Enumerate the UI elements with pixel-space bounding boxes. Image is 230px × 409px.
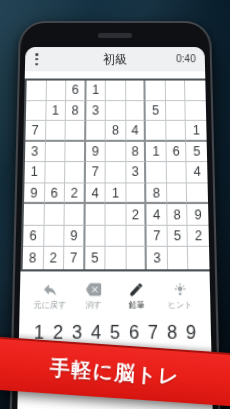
sudoku-cell-r9c9[interactable] xyxy=(188,247,209,269)
marketing-screenshot: 初級 0:40 61183578413981651734962418248969… xyxy=(0,0,230,409)
sudoku-cell-r4c6[interactable]: 8 xyxy=(126,142,146,163)
sudoku-cell-r2c2[interactable]: 1 xyxy=(46,101,66,121)
pencil-label: 鉛筆 xyxy=(129,300,145,311)
sudoku-cell-r6c6[interactable] xyxy=(126,183,147,204)
sudoku-cell-r7c3[interactable] xyxy=(65,204,86,225)
sudoku-cell-r2c6[interactable] xyxy=(126,101,146,121)
sudoku-cell-r2c5[interactable] xyxy=(106,101,126,121)
sudoku-cell-r8c4[interactable] xyxy=(85,226,106,248)
sudoku-cell-r5c7[interactable] xyxy=(146,162,166,183)
sudoku-cell-r7c9[interactable]: 9 xyxy=(188,204,209,225)
undo-label: 元に戻す xyxy=(34,300,67,311)
sudoku-cell-r4c5[interactable] xyxy=(106,142,126,163)
sudoku-cell-r4c1[interactable]: 3 xyxy=(25,142,46,163)
sudoku-cell-r2c9[interactable] xyxy=(186,101,206,121)
pencil-button[interactable]: 鉛筆 xyxy=(115,282,158,312)
sudoku-cell-r3c5[interactable]: 8 xyxy=(106,121,126,142)
sudoku-cell-r7c8[interactable]: 8 xyxy=(167,204,188,225)
numpad-key-6[interactable]: 6 xyxy=(126,321,142,344)
sudoku-cell-r4c8[interactable]: 6 xyxy=(166,142,187,163)
app-header: 初級 0:40 xyxy=(25,47,205,71)
sudoku-cell-r9c3[interactable]: 7 xyxy=(64,247,85,269)
sudoku-cell-r2c1[interactable] xyxy=(26,101,46,121)
sudoku-cell-r5c4[interactable]: 7 xyxy=(86,162,106,183)
undo-arrow-icon xyxy=(43,282,58,298)
sudoku-cell-r8c8[interactable]: 5 xyxy=(167,226,188,248)
sudoku-cell-r4c7[interactable]: 1 xyxy=(146,142,166,163)
sudoku-cell-r8c7[interactable]: 7 xyxy=(147,226,168,248)
sudoku-cell-r2c8[interactable] xyxy=(166,101,186,121)
phone-speaker-slot xyxy=(98,33,132,38)
sudoku-cell-r8c3[interactable]: 9 xyxy=(64,226,85,248)
sudoku-cell-r4c4[interactable]: 9 xyxy=(86,142,106,163)
sudoku-cell-r3c7[interactable] xyxy=(146,121,166,142)
sudoku-cell-r8c6[interactable] xyxy=(126,226,147,248)
sudoku-cell-r5c3[interactable] xyxy=(65,162,85,183)
sudoku-cell-r3c9[interactable]: 1 xyxy=(186,121,206,142)
sudoku-cell-r3c3[interactable] xyxy=(66,121,86,142)
sudoku-cell-r1c3[interactable]: 6 xyxy=(66,81,86,101)
sudoku-cell-r9c5[interactable] xyxy=(106,247,127,269)
sudoku-cell-r6c5[interactable]: 1 xyxy=(106,183,126,204)
toolbar: 元に戻す 消す 鉛筆 xyxy=(20,282,211,312)
sudoku-cell-r7c4[interactable] xyxy=(85,204,106,225)
sudoku-cell-r3c6[interactable]: 4 xyxy=(126,121,146,142)
sudoku-cell-r4c2[interactable] xyxy=(45,142,66,163)
sudoku-cell-r1c2[interactable] xyxy=(46,81,66,101)
promo-banner-text: 手軽に脳トレ xyxy=(49,354,181,390)
sudoku-cell-r1c5[interactable] xyxy=(106,81,126,101)
sudoku-board: 6118357841398165173496241824896975282753 xyxy=(20,79,211,272)
erase-label: 消す xyxy=(85,300,101,311)
sudoku-cell-r1c6[interactable] xyxy=(126,81,146,101)
sudoku-cell-r8c9[interactable]: 2 xyxy=(188,226,209,248)
numpad-key-7[interactable]: 7 xyxy=(145,321,161,344)
sudoku-cell-r5c2[interactable] xyxy=(45,162,66,183)
sudoku-cell-r6c1[interactable]: 9 xyxy=(24,183,45,204)
sudoku-cell-r9c8[interactable] xyxy=(168,247,189,269)
sudoku-cell-r7c6[interactable]: 2 xyxy=(126,204,147,225)
sudoku-cell-r2c3[interactable]: 8 xyxy=(66,101,86,121)
sudoku-cell-r3c1[interactable]: 7 xyxy=(25,121,45,142)
sudoku-cell-r9c2[interactable]: 2 xyxy=(43,247,64,269)
undo-button[interactable]: 元に戻す xyxy=(28,282,71,312)
sudoku-cell-r1c9[interactable] xyxy=(185,81,205,101)
sudoku-cell-r4c9[interactable]: 5 xyxy=(187,142,208,163)
sudoku-cell-r9c7[interactable]: 3 xyxy=(147,247,168,269)
sudoku-cell-r5c5[interactable] xyxy=(106,162,126,183)
game-timer: 0:40 xyxy=(176,47,196,71)
sudoku-cell-r5c1[interactable]: 1 xyxy=(24,162,45,183)
sudoku-cell-r3c8[interactable] xyxy=(166,121,186,142)
sudoku-cell-r8c1[interactable]: 6 xyxy=(23,226,44,248)
sudoku-cell-r7c5[interactable] xyxy=(106,204,127,225)
sudoku-cell-r6c3[interactable]: 2 xyxy=(65,183,86,204)
pencil-icon xyxy=(129,282,144,298)
sudoku-cell-r7c7[interactable]: 4 xyxy=(147,204,168,225)
erase-button[interactable]: 消す xyxy=(72,282,115,312)
sudoku-cell-r6c2[interactable]: 6 xyxy=(44,183,65,204)
numpad-key-4[interactable]: 4 xyxy=(88,321,104,344)
sudoku-cell-r3c2[interactable] xyxy=(46,121,66,142)
numpad-key-8[interactable]: 8 xyxy=(164,321,180,344)
hint-label: ヒント xyxy=(168,300,193,311)
sudoku-cell-r1c4[interactable]: 1 xyxy=(86,81,106,101)
sudoku-cell-r8c5[interactable] xyxy=(106,226,127,248)
backspace-icon xyxy=(86,282,101,298)
hint-button[interactable]: ヒント xyxy=(158,282,201,312)
numpad-key-9[interactable]: 9 xyxy=(183,321,200,344)
sudoku-cell-r2c7[interactable]: 5 xyxy=(146,101,166,121)
sudoku-cell-r5c9[interactable]: 4 xyxy=(187,162,208,183)
numpad-key-5[interactable]: 5 xyxy=(107,321,123,344)
sudoku-cell-r5c8[interactable] xyxy=(167,162,188,183)
sudoku-cell-r6c4[interactable]: 4 xyxy=(85,183,106,204)
sudoku-cell-r1c7[interactable] xyxy=(146,81,166,101)
sudoku-cell-r6c7[interactable]: 8 xyxy=(147,183,168,204)
sudoku-cell-r6c9[interactable] xyxy=(187,183,208,204)
sudoku-cell-r5c6[interactable]: 3 xyxy=(126,162,146,183)
sudoku-cell-r9c4[interactable]: 5 xyxy=(85,247,106,269)
sudoku-cell-r7c2[interactable] xyxy=(44,204,65,225)
sudoku-cell-r9c6[interactable] xyxy=(126,247,147,269)
sudoku-cell-r4c3[interactable] xyxy=(65,142,85,163)
sudoku-cell-r8c2[interactable] xyxy=(44,226,65,248)
lightbulb-icon xyxy=(172,282,187,298)
sudoku-cell-r6c8[interactable] xyxy=(167,183,188,204)
sudoku-cell-r1c1[interactable] xyxy=(26,81,46,101)
sudoku-cell-r1c8[interactable] xyxy=(166,81,186,101)
sudoku-cell-r9c1[interactable]: 8 xyxy=(23,247,44,269)
sudoku-cell-r3c4[interactable] xyxy=(86,121,106,142)
sudoku-cell-r7c1[interactable] xyxy=(24,204,45,225)
sudoku-cell-r2c4[interactable]: 3 xyxy=(86,101,106,121)
